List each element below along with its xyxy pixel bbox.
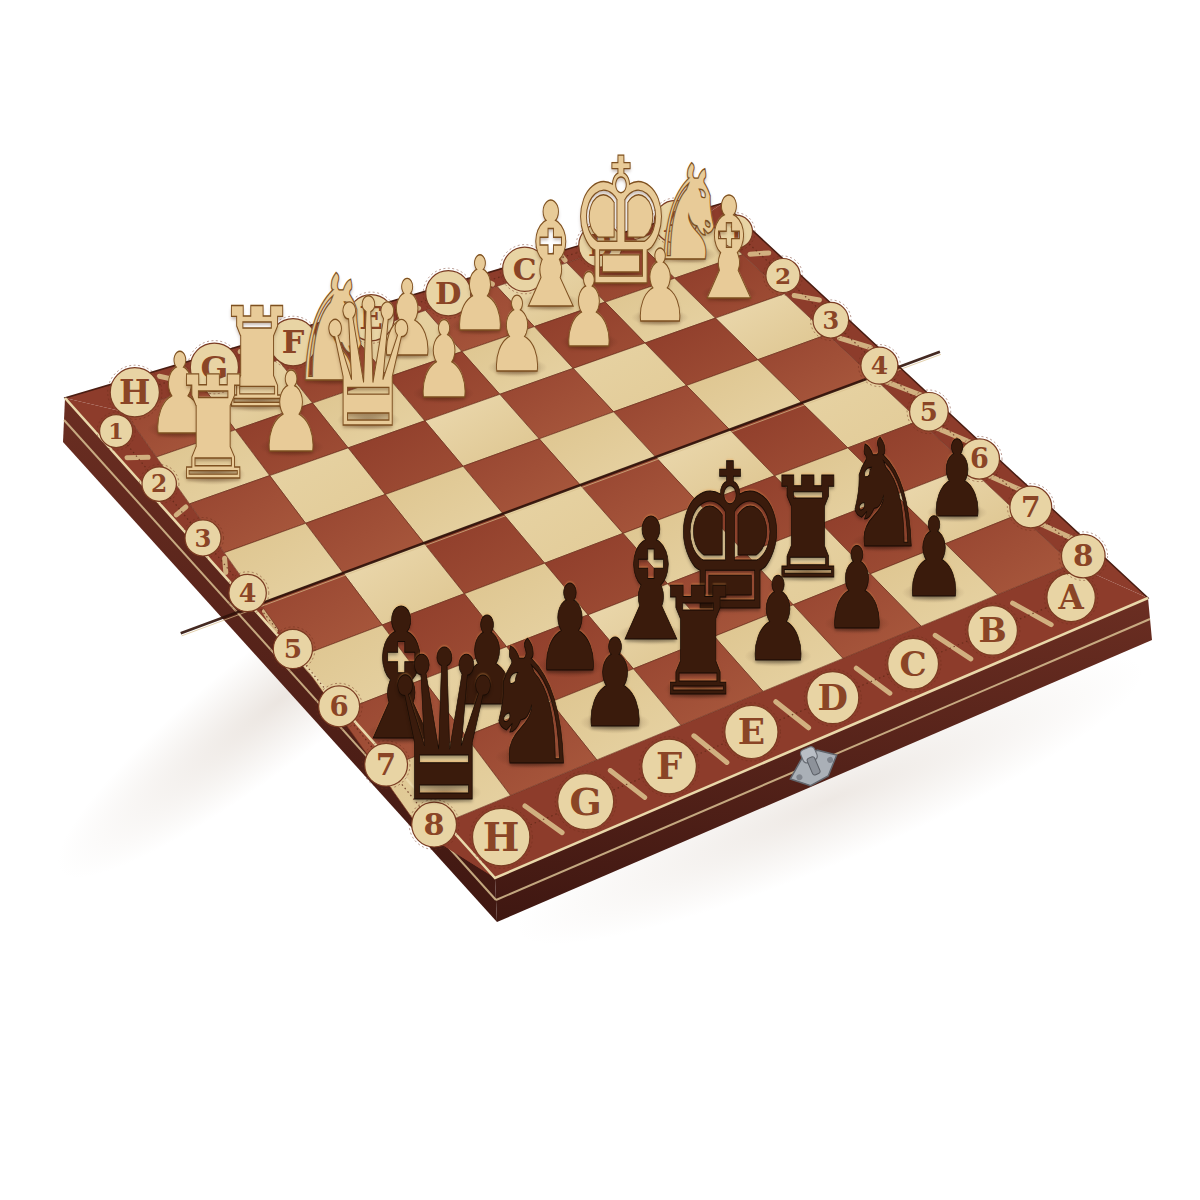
file-rank8-label: C (899, 644, 926, 684)
rank-right-label: 1 (728, 219, 744, 245)
rank-left-label: 6 (329, 690, 348, 723)
rank-left-label: 5 (284, 633, 302, 664)
rank-left-label: 4 (239, 578, 257, 608)
rank-left-label: 7 (376, 748, 396, 782)
rank-right-label: 4 (871, 351, 888, 380)
board-scene: ABCDEFGH12345678ABCDEFGH12345678 ♞♚♝♝♟♟♟… (0, 0, 1200, 1200)
band-inlay (127, 457, 148, 458)
rank-left-label: 3 (195, 524, 212, 553)
file-rank8-label: A (1057, 578, 1084, 617)
file-rank1-label: G (201, 348, 229, 387)
rank-left-label: 8 (424, 807, 445, 842)
file-rank1-label: D (435, 275, 461, 311)
rank-right-label: 6 (970, 443, 989, 474)
rank-left-label: 1 (108, 418, 124, 444)
band-inlay (225, 558, 226, 572)
rank-left-label: 2 (151, 470, 167, 497)
file-rank1-label: A (663, 205, 687, 239)
rank-right-label: 7 (1021, 491, 1041, 524)
band-inlay (637, 230, 640, 237)
file-rank1-label: B (588, 228, 613, 263)
file-rank8-label: F (656, 744, 682, 788)
file-rank1-label: C (513, 252, 537, 287)
chessboard: ABCDEFGH12345678ABCDEFGH12345678 (0, 0, 1200, 1200)
file-rank1-label: F (282, 323, 305, 360)
file-rank8-label: E (738, 710, 765, 752)
file-rank1-label: E (359, 300, 383, 336)
rank-right-label: 5 (920, 397, 938, 427)
rank-right-label: 3 (822, 306, 839, 335)
file-rank8-label: D (818, 677, 848, 718)
file-rank8-label: H (483, 815, 520, 860)
file-rank8-label: G (570, 780, 602, 824)
file-rank1-label: H (119, 373, 150, 412)
rank-right-label: 2 (775, 262, 791, 289)
rank-right-label: 8 (1073, 538, 1094, 573)
file-rank8-label: B (978, 611, 1006, 650)
